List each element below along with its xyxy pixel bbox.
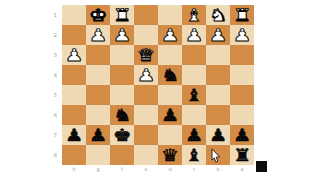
file-label-a: a (230, 165, 254, 174)
rank-label-4: 4 (46, 65, 60, 85)
square-a1[interactable]: ♜ (230, 5, 254, 25)
square-h3[interactable]: ♟ (62, 45, 86, 65)
square-h5[interactable] (62, 85, 86, 105)
square-b4[interactable] (206, 65, 230, 85)
file-label-e: e (134, 165, 158, 174)
square-d4[interactable]: ♞ (158, 65, 182, 85)
square-c3[interactable] (182, 45, 206, 65)
square-c8[interactable]: ♝ (182, 145, 206, 165)
square-f5[interactable] (110, 85, 134, 105)
piece-black-bishop[interactable]: ♝ (179, 145, 208, 165)
piece-black-pawn[interactable]: ♟ (155, 105, 184, 125)
piece-black-pawn[interactable]: ♟ (227, 125, 256, 145)
file-label-f: f (110, 165, 134, 174)
square-g5[interactable] (86, 85, 110, 105)
piece-white-pawn[interactable]: ♟ (59, 45, 88, 65)
piece-black-knight[interactable]: ♞ (107, 105, 136, 125)
square-a8[interactable]: ♜ (230, 145, 254, 165)
square-e7[interactable] (134, 125, 158, 145)
rank-label-5: 5 (46, 85, 60, 105)
square-f6[interactable]: ♞ (110, 105, 134, 125)
square-h6[interactable] (62, 105, 86, 125)
piece-white-pawn[interactable]: ♟ (227, 25, 256, 45)
file-label-c: c (182, 165, 206, 174)
square-e3[interactable]: ♛ (134, 45, 158, 65)
square-c6[interactable] (182, 105, 206, 125)
square-f7[interactable]: ♚ (110, 125, 134, 145)
rank-label-2: 2 (46, 25, 60, 45)
chess-app-screen: 12345678 ♚♜♝♞♜♟♟♟♟♟♟♟♛♟♞♝♞♟♟♟♚♟♟♟♛♝♜ hgf… (0, 0, 320, 180)
square-f8[interactable] (110, 145, 134, 165)
rank-labels: 12345678 (46, 5, 60, 165)
file-label-b: b (206, 165, 230, 174)
piece-black-king[interactable]: ♚ (107, 125, 136, 145)
piece-white-pawn[interactable]: ♟ (107, 25, 136, 45)
square-f2[interactable]: ♟ (110, 25, 134, 45)
square-c5[interactable]: ♝ (182, 85, 206, 105)
rank-label-8: 8 (46, 145, 60, 165)
square-a3[interactable] (230, 45, 254, 65)
square-a6[interactable] (230, 105, 254, 125)
square-a4[interactable] (230, 65, 254, 85)
file-label-h: h (62, 165, 86, 174)
rank-label-3: 3 (46, 45, 60, 65)
piece-white-queen[interactable]: ♛ (131, 45, 160, 65)
square-f1[interactable]: ♜ (110, 5, 134, 25)
black-square-marker (256, 161, 267, 172)
square-b5[interactable] (206, 85, 230, 105)
square-d6[interactable]: ♟ (158, 105, 182, 125)
file-label-d: d (158, 165, 182, 174)
square-e1[interactable] (134, 5, 158, 25)
rank-label-7: 7 (46, 125, 60, 145)
piece-black-knight[interactable]: ♞ (155, 65, 184, 85)
piece-white-rook[interactable]: ♜ (107, 5, 136, 25)
rank-label-1: 1 (46, 5, 60, 25)
piece-black-bishop[interactable]: ♝ (179, 85, 208, 105)
square-b3[interactable] (206, 45, 230, 65)
square-a5[interactable] (230, 85, 254, 105)
rank-label-6: 6 (46, 105, 60, 125)
square-a2[interactable]: ♟ (230, 25, 254, 45)
square-e5[interactable] (134, 85, 158, 105)
square-b6[interactable] (206, 105, 230, 125)
square-h4[interactable] (62, 65, 86, 85)
file-labels: hgfedcba (62, 165, 254, 174)
square-h8[interactable] (62, 145, 86, 165)
square-a7[interactable]: ♟ (230, 125, 254, 145)
square-d3[interactable] (158, 45, 182, 65)
piece-white-rook[interactable]: ♜ (227, 5, 256, 25)
board: ♚♜♝♞♜♟♟♟♟♟♟♟♛♟♞♝♞♟♟♟♚♟♟♟♛♝♜ (62, 5, 254, 165)
square-g3[interactable] (86, 45, 110, 65)
square-g8[interactable] (86, 145, 110, 165)
file-label-g: g (86, 165, 110, 174)
piece-black-rook[interactable]: ♜ (227, 145, 256, 165)
square-g4[interactable] (86, 65, 110, 85)
square-c4[interactable] (182, 65, 206, 85)
